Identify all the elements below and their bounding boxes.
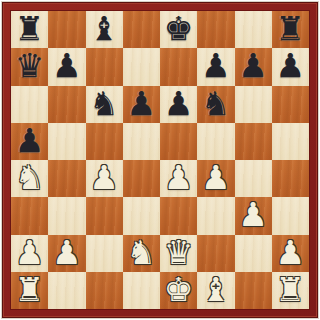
square-d3 — [123, 197, 160, 234]
square-b6 — [48, 86, 85, 123]
square-e7 — [160, 48, 197, 85]
white-pawn: ♟ — [276, 235, 306, 271]
black-knight: ♞ — [89, 86, 119, 122]
square-f1: ♝ — [197, 272, 234, 309]
square-e4: ♟ — [160, 160, 197, 197]
black-bishop: ♝ — [89, 11, 119, 47]
square-d8 — [123, 11, 160, 48]
square-e8: ♚ — [160, 11, 197, 48]
square-d1 — [123, 272, 160, 309]
white-pawn: ♟ — [89, 160, 119, 196]
square-h3 — [272, 197, 309, 234]
black-pawn: ♟ — [276, 48, 306, 84]
square-h2: ♟ — [272, 235, 309, 272]
square-b1 — [48, 272, 85, 309]
chess-diagram: ♜♝♚♜♛♟♟♟♟♞♟♟♞♟♞♟♟♟♟♟♟♞♛♟♜♚♝♜ — [0, 0, 320, 320]
square-b5 — [48, 123, 85, 160]
square-h4 — [272, 160, 309, 197]
square-d2: ♞ — [123, 235, 160, 272]
square-e2: ♛ — [160, 235, 197, 272]
white-pawn: ♟ — [164, 160, 194, 196]
square-a1: ♜ — [11, 272, 48, 309]
square-h1: ♜ — [272, 272, 309, 309]
square-h7: ♟ — [272, 48, 309, 85]
black-knight: ♞ — [201, 86, 231, 122]
black-pawn: ♟ — [127, 86, 157, 122]
square-g5 — [235, 123, 272, 160]
white-pawn: ♟ — [201, 160, 231, 196]
black-pawn: ♟ — [238, 48, 268, 84]
square-g7: ♟ — [235, 48, 272, 85]
square-f5 — [197, 123, 234, 160]
white-rook: ♜ — [276, 272, 306, 308]
square-c3 — [86, 197, 123, 234]
board: ♜♝♚♜♛♟♟♟♟♞♟♟♞♟♞♟♟♟♟♟♟♞♛♟♜♚♝♜ — [11, 11, 309, 309]
square-g1 — [235, 272, 272, 309]
square-f2 — [197, 235, 234, 272]
square-g3: ♟ — [235, 197, 272, 234]
square-f3 — [197, 197, 234, 234]
white-queen: ♛ — [164, 235, 194, 271]
square-c6: ♞ — [86, 86, 123, 123]
white-knight: ♞ — [127, 235, 157, 271]
square-c7 — [86, 48, 123, 85]
black-king: ♚ — [164, 11, 194, 47]
square-h8: ♜ — [272, 11, 309, 48]
black-pawn: ♟ — [201, 48, 231, 84]
square-a7: ♛ — [11, 48, 48, 85]
square-f7: ♟ — [197, 48, 234, 85]
square-b3 — [48, 197, 85, 234]
square-h5 — [272, 123, 309, 160]
square-b8 — [48, 11, 85, 48]
square-d4 — [123, 160, 160, 197]
square-e1: ♚ — [160, 272, 197, 309]
black-queen: ♛ — [15, 48, 45, 84]
square-c2 — [86, 235, 123, 272]
black-pawn: ♟ — [52, 48, 82, 84]
square-d6: ♟ — [123, 86, 160, 123]
square-a4: ♞ — [11, 160, 48, 197]
square-f6: ♞ — [197, 86, 234, 123]
square-a2: ♟ — [11, 235, 48, 272]
black-rook: ♜ — [15, 11, 45, 47]
square-a3 — [11, 197, 48, 234]
black-pawn: ♟ — [164, 86, 194, 122]
white-pawn: ♟ — [15, 235, 45, 271]
square-g2 — [235, 235, 272, 272]
square-c5 — [86, 123, 123, 160]
white-pawn: ♟ — [238, 197, 268, 233]
square-g4 — [235, 160, 272, 197]
white-bishop: ♝ — [201, 272, 231, 308]
square-g8 — [235, 11, 272, 48]
black-rook: ♜ — [276, 11, 306, 47]
square-c4: ♟ — [86, 160, 123, 197]
square-a6 — [11, 86, 48, 123]
square-e6: ♟ — [160, 86, 197, 123]
square-f4: ♟ — [197, 160, 234, 197]
square-c1 — [86, 272, 123, 309]
square-d7 — [123, 48, 160, 85]
square-f8 — [197, 11, 234, 48]
square-g6 — [235, 86, 272, 123]
square-d5 — [123, 123, 160, 160]
white-knight: ♞ — [15, 160, 45, 196]
white-king: ♚ — [164, 272, 194, 308]
square-c8: ♝ — [86, 11, 123, 48]
square-b2: ♟ — [48, 235, 85, 272]
square-h6 — [272, 86, 309, 123]
square-a5: ♟ — [11, 123, 48, 160]
square-e5 — [160, 123, 197, 160]
white-rook: ♜ — [15, 272, 45, 308]
square-b4 — [48, 160, 85, 197]
square-a8: ♜ — [11, 11, 48, 48]
white-pawn: ♟ — [52, 235, 82, 271]
black-pawn: ♟ — [15, 123, 45, 159]
square-e3 — [160, 197, 197, 234]
square-b7: ♟ — [48, 48, 85, 85]
